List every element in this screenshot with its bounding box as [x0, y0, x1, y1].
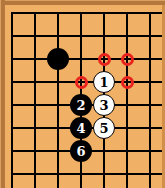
board-point [116, 117, 139, 140]
board-point [70, 163, 93, 186]
board-point [24, 163, 47, 186]
board-point [116, 163, 139, 186]
board-point [93, 140, 116, 163]
stone-black-6: 6 [70, 140, 92, 162]
board-point [47, 163, 70, 186]
red-circle-mark [75, 76, 88, 89]
red-circle-mark [121, 53, 134, 66]
board-point [24, 117, 47, 140]
stone-black-4: 4 [70, 117, 92, 139]
red-circle-mark [98, 53, 111, 66]
stone-white-3: 3 [93, 94, 115, 116]
board-point [93, 48, 116, 71]
board-point [139, 140, 162, 163]
board-point [70, 48, 93, 71]
board-point [93, 163, 116, 186]
board-point [24, 140, 47, 163]
go-board: 123456 [0, 0, 165, 188]
board-point [116, 25, 139, 48]
stone-white-1: 1 [93, 71, 115, 93]
stone-black-plain [47, 48, 69, 70]
board-point: 5 [93, 117, 116, 140]
board-point [139, 94, 162, 117]
board-point [116, 140, 139, 163]
board-point [47, 25, 70, 48]
board-point [139, 71, 162, 94]
board-point [24, 94, 47, 117]
board-point [139, 48, 162, 71]
board-point [116, 48, 139, 71]
stone-white-5: 5 [93, 117, 115, 139]
board-point: 6 [70, 140, 93, 163]
board-point [47, 71, 70, 94]
board-point [24, 25, 47, 48]
board-edge-right [162, 0, 165, 188]
board-point [116, 71, 139, 94]
board-point: 4 [70, 117, 93, 140]
board-point [47, 94, 70, 117]
board-frame-top [0, 0, 165, 5]
board-point [139, 163, 162, 186]
board-point: 1 [93, 71, 116, 94]
board-point [93, 25, 116, 48]
board-point: 3 [93, 94, 116, 117]
board-point [47, 117, 70, 140]
board-point [139, 25, 162, 48]
board-point [47, 140, 70, 163]
board-point: 2 [70, 94, 93, 117]
stone-black-2: 2 [70, 94, 92, 116]
board-point [139, 117, 162, 140]
board-grid: 123456 [1, 2, 162, 186]
board-frame-left [0, 0, 5, 188]
board-point [116, 94, 139, 117]
board-point [47, 48, 70, 71]
red-circle-mark [121, 76, 134, 89]
board-point [70, 71, 93, 94]
board-point [70, 25, 93, 48]
board-point [24, 71, 47, 94]
board-point [24, 48, 47, 71]
